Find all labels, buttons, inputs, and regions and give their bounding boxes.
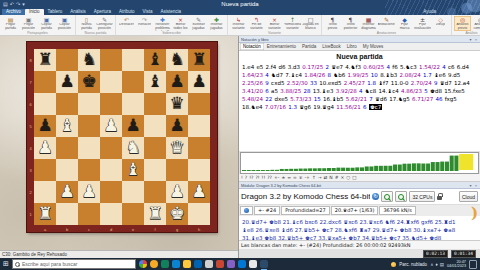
evaluation-graph[interactable]	[240, 152, 479, 174]
black-pawn[interactable]: ♟	[188, 71, 210, 92]
app-icon-red[interactable]	[216, 260, 224, 268]
white-pawn[interactable]: ♟	[100, 115, 122, 136]
notation-tab-libro[interactable]: Libro	[344, 43, 360, 50]
notation-token[interactable]: 13.♝e3	[313, 88, 336, 94]
notation-token[interactable]: ♛d7 12.a4	[440, 80, 470, 86]
weather-sun-icon[interactable]	[391, 262, 396, 267]
black-rook[interactable]: ♜	[188, 49, 210, 70]
black-knight[interactable]: ♞	[78, 49, 100, 70]
symbol-button-[interactable]: ↑	[312, 174, 316, 181]
ribbon-tab-inicio[interactable]: Inicio	[25, 9, 44, 15]
ribbon-button-promocionar-variante[interactable]: ↑Promocionar variante	[284, 16, 301, 31]
notation-token[interactable]: 7	[367, 96, 375, 102]
square-b5[interactable]: ♝	[56, 115, 78, 137]
notation-token[interactable]: 1.e4 e5 2.f4 d6 3.d3	[242, 64, 302, 70]
ribbon-button-label: Análisis completo	[472, 23, 480, 31]
weather-app-icon[interactable]	[150, 260, 158, 268]
borrar-todos-los-comentarios-icon: ×	[178, 16, 183, 23]
symbol-button-[interactable]: ∞	[293, 174, 297, 181]
square-h7[interactable]: ♟	[188, 71, 210, 93]
ribbon-button-label: Texto previo	[324, 23, 341, 31]
mail-icon[interactable]	[194, 260, 202, 268]
square-g4[interactable]: ♛	[166, 137, 188, 159]
ribbon-button-label: Análisis previo	[454, 23, 471, 31]
ribbon-button-an-lisis-completo[interactable]: ◎Análisis completo	[472, 16, 480, 31]
ribbon-button-insertar-jugadas[interactable]: ✚Insertar jugadas	[208, 16, 225, 31]
ribbon-button-copiar-posici-n[interactable]: ▣Copiar posición	[56, 16, 73, 31]
square-e3[interactable]: ♝	[122, 159, 144, 181]
engine-eval: +- #24	[254, 206, 280, 215]
notation-token[interactable]: 1.54/22	[419, 64, 440, 70]
square-f7[interactable]: ♝	[144, 71, 166, 93]
square-h5[interactable]	[188, 115, 210, 137]
engine-window-buttons[interactable]: ▾ ×	[470, 183, 478, 188]
square-b7[interactable]: ♟	[56, 71, 78, 93]
square-c2[interactable]: ♟	[78, 181, 100, 203]
ribbon-button-configurar-posici-n[interactable]: ✎Configurar posición	[96, 16, 113, 31]
square-b1[interactable]	[56, 203, 78, 225]
move-list: 1.e4 e5 2.f4 d6 3.d3 0.17/25 2 ♛e7 4.♞f3…	[239, 61, 480, 151]
square-f5[interactable]	[144, 115, 166, 137]
square-d1[interactable]	[100, 203, 122, 225]
ribbon-button-label: Pegar posición	[20, 23, 37, 31]
square-f3[interactable]	[144, 159, 166, 181]
symbol-button-[interactable]: #	[335, 174, 339, 181]
insertar-jugadas-icon: ✚	[214, 16, 219, 23]
pegar-partida-icon: ▤	[8, 16, 14, 23]
notation-tab-my-moves[interactable]: My Moves	[360, 43, 387, 50]
ribbon-button-deshacer[interactable]: ↶Deshacer	[118, 16, 135, 31]
symbol-button-[interactable]: ×	[340, 174, 344, 181]
square-g6[interactable]: ♛	[166, 93, 188, 115]
ribbon-tab-asistencia[interactable]: Asistencia	[157, 9, 186, 15]
square-d2[interactable]	[100, 181, 122, 203]
ribbon-button-label: Anotaciones	[378, 23, 395, 27]
black-pawn[interactable]: ♟	[34, 115, 56, 136]
square-e4[interactable]: ♞	[122, 137, 144, 159]
square-c6[interactable]	[78, 93, 100, 115]
notation-token[interactable]: 33	[308, 80, 320, 86]
ribbon-button-label: Pegar partida	[2, 23, 19, 31]
selected-move[interactable]: ♚c7	[369, 104, 382, 110]
ribbon-button-insertar-diagrama[interactable]: ▦Insertar diagrama	[360, 16, 377, 31]
notification-center-icon[interactable]	[469, 260, 477, 269]
notation-token[interactable]: 3.41/20	[242, 88, 263, 94]
black-pawn[interactable]: ♟	[122, 115, 144, 136]
square-f2[interactable]	[144, 181, 166, 203]
ribbon-button-fijar-evaluaci-n[interactable]: ±Fijar evaluación	[414, 16, 431, 31]
symbol-button-[interactable]: !	[241, 174, 243, 181]
fijar-marca-icon: ◆	[402, 16, 407, 23]
symbol-button-[interactable]: →	[318, 174, 322, 181]
notation-token[interactable]: 8.♝b3	[380, 72, 399, 78]
taskbar-search[interactable]: Escribe aquí para buscar	[12, 259, 136, 269]
notation-token[interactable]: 0.17/25	[302, 64, 323, 70]
ribbon-button-label: Promocionar variante	[284, 23, 301, 31]
ribbon-tab-tablero[interactable]: Tablero	[44, 9, 67, 15]
notation-token[interactable]: f6 5.♞c3	[392, 64, 419, 70]
cortana-icon[interactable]	[139, 260, 147, 268]
analysis-button-1[interactable]	[381, 191, 393, 202]
notation-token[interactable]: 5.48/24	[242, 96, 263, 102]
ribbon-group-label: Nueva partida	[78, 31, 113, 35]
notation-token[interactable]: ♞c8 14.♝c4	[365, 88, 401, 94]
notation-token[interactable]: 1.84/26	[304, 72, 325, 78]
notation-token[interactable]: 6	[361, 104, 369, 110]
white-knight[interactable]: ♞	[122, 137, 144, 158]
notation-tab-partida[interactable]: Partida	[299, 43, 319, 50]
ribbon-button-rehacer[interactable]: ↷Rehacer	[136, 16, 153, 31]
square-a3[interactable]	[34, 159, 56, 181]
square-c7[interactable]: ♚	[78, 71, 100, 93]
ribbon-button-texto-previo[interactable]: ¶Texto previo	[324, 16, 341, 31]
chess-board: 87654321 ♜♞♝♞♜♟♚♝♟♟♛♟♝♟♟♟♟♞♛♝♟♟♟♟♜♜♚ abc…	[27, 42, 217, 232]
square-f8[interactable]: ♝	[144, 49, 166, 71]
square-h2[interactable]: ♟	[188, 181, 210, 203]
white-rook[interactable]: ♜	[34, 203, 56, 224]
ribbon-button-label: Dibujo	[436, 23, 446, 27]
square-c5[interactable]	[78, 115, 100, 137]
white-pawn[interactable]: ♟	[78, 181, 100, 202]
square-e8[interactable]	[122, 49, 144, 71]
ribbon-button-jugada-en-blanco[interactable]: □Jugada en blanco	[302, 16, 319, 31]
explorer-icon[interactable]	[183, 260, 191, 268]
ribbon-tab-an-lisis[interactable]: Análisis	[66, 9, 90, 15]
notation-token[interactable]: 1.7	[421, 72, 434, 78]
black-queen[interactable]: ♛	[166, 93, 188, 114]
cpus-button[interactable]: 32 CPUs	[409, 191, 435, 202]
sustituir-jugadas-icon: ✎	[196, 16, 201, 23]
square-a1[interactable]: ♜	[34, 203, 56, 225]
square-e2[interactable]	[122, 181, 144, 203]
ribbon-button-borrar-todos-los-comentarios[interactable]: ×Borrar todos los comentarios	[172, 16, 189, 31]
notation-token[interactable]: 2.52/30	[287, 80, 308, 86]
symbol-button-[interactable]: ?!	[255, 174, 259, 181]
white-pawn[interactable]: ♟	[188, 181, 210, 202]
square-d3[interactable]	[100, 159, 122, 181]
ribbon-tab-vista[interactable]: Vista	[139, 9, 157, 15]
clock-date[interactable]: 20:47 04/01/2023	[447, 260, 466, 269]
notation-token[interactable]: 5.73/23	[290, 96, 311, 102]
ribbon-button-label: Insertar diagrama	[360, 23, 377, 31]
ribbon-tab-archivo[interactable]: Archivo	[2, 9, 25, 15]
switch-engine-icon[interactable]: ↻	[372, 193, 379, 200]
white-bishop[interactable]: ♝	[56, 115, 78, 136]
app-icon-gray[interactable]	[205, 260, 213, 268]
ribbon-button-sustituir-jugadas[interactable]: ✎Sustituir jugadas	[190, 16, 207, 31]
square-h1[interactable]	[188, 203, 210, 225]
quick-access-icon-3[interactable]: ▾	[22, 0, 25, 9]
ribbon-button-copiar-partida[interactable]: ▣Copiar partida	[38, 16, 55, 31]
ribbon-tab-atributo[interactable]: Atributo	[115, 9, 139, 15]
ribbon-button-anotaciones[interactable]: ✎Anotaciones	[378, 16, 395, 31]
notation-token[interactable]: 22	[263, 96, 275, 102]
square-g3[interactable]	[166, 159, 188, 181]
file-label-b: b	[56, 227, 78, 232]
square-b3[interactable]	[56, 159, 78, 181]
ribbon-button-label: Resolver problema de plantilla	[154, 23, 171, 31]
notation-token[interactable]: 4	[357, 88, 365, 94]
square-b2[interactable]: ♟	[56, 181, 78, 203]
square-c8[interactable]: ♞	[78, 49, 100, 71]
square-d7[interactable]	[100, 71, 122, 93]
notation-token[interactable]: 11.56/21	[336, 104, 361, 110]
notation-token[interactable]: 2.08/24	[400, 72, 421, 78]
square-h4[interactable]	[188, 137, 210, 159]
ribbon-group-sobrescribir: ↶Deshacer↷Rehacer✚Resolver problema de p…	[116, 15, 228, 35]
app-icon-teal[interactable]	[161, 260, 169, 268]
notation-token[interactable]: 3.92/28	[336, 88, 357, 94]
square-h8[interactable]: ♜	[188, 49, 210, 71]
ribbon-tab-ayuda[interactable]: Ayuda	[419, 9, 440, 15]
black-bishop[interactable]: ♝	[144, 49, 166, 70]
black-pawn[interactable]: ♟	[56, 71, 78, 92]
white-clock: 0:02:13	[423, 250, 448, 258]
square-d4[interactable]	[100, 137, 122, 159]
symbol-button-[interactable]: ?	[245, 174, 247, 181]
square-g1[interactable]: ♚	[166, 203, 188, 225]
notation-token[interactable]: 6.71/27	[412, 96, 433, 102]
ribbon-button-label: Texto posterior	[342, 23, 359, 31]
chessbase-icon[interactable]	[260, 260, 268, 268]
notation-window-buttons[interactable]: ▾ ×	[470, 37, 478, 42]
promocionar-variante-icon: ↑	[290, 16, 295, 23]
tray-icon-2[interactable]: ▤	[440, 262, 444, 267]
square-g2[interactable]: ♟	[166, 181, 188, 203]
notation-token[interactable]: 10	[369, 72, 381, 78]
notation-token[interactable]: ♛d6 17.♞g5	[375, 96, 412, 102]
symbol-button-[interactable]: ○	[346, 174, 350, 181]
square-e6[interactable]	[122, 93, 144, 115]
quick-access-icon-0[interactable]: ▤	[3, 0, 8, 9]
principal-variation[interactable]: 20.♛d7+ ♚b8 21.♝c6 bxc6 22.dxc6 ♛xc6 23.…	[239, 216, 480, 240]
tray-icon-1[interactable]: ♦	[435, 262, 437, 267]
pv-expand-button[interactable]: )	[471, 204, 478, 222]
ribbon-button-an-lisis-previo[interactable]: ◎Análisis previo	[454, 16, 471, 31]
notation-token[interactable]: ♚d8 15.fxe5	[430, 88, 465, 94]
square-f6[interactable]	[144, 93, 166, 115]
ribbon-button-texto-posterior[interactable]: ¶Texto posterior	[342, 16, 359, 31]
notation-tab-livebook[interactable]: LiveBook	[319, 43, 344, 50]
notation-token[interactable]: c6 6.d4	[448, 64, 469, 70]
notation-token[interactable]: 28	[301, 88, 313, 94]
white-pawn[interactable]: ♟	[166, 181, 188, 202]
notation-token[interactable]: ♝e6 9.d5	[434, 72, 460, 78]
file-labels: abcdefgh	[34, 227, 210, 232]
file-label-e: e	[122, 227, 144, 232]
square-e7[interactable]	[122, 71, 144, 93]
edge-icon[interactable]	[172, 260, 180, 268]
analysis-button-2[interactable]	[395, 191, 407, 202]
black-rook[interactable]: ♜	[34, 49, 56, 70]
fin-de-variante-icon: ↰	[254, 16, 259, 23]
ribbon-button-insertar-variante[interactable]: ↳Insertar variante	[230, 16, 247, 31]
resolver-problema-de-plantilla-icon: ✚	[160, 16, 165, 23]
white-pawn[interactable]: ♟	[34, 137, 56, 158]
engine-name: Dragon 3.2 by Komodo Chess 64-bit	[241, 192, 370, 201]
copiar-posici-n-icon: ▣	[62, 16, 68, 23]
ribbon-group-label: Portapapeles	[2, 31, 73, 35]
square-e1[interactable]	[122, 203, 144, 225]
square-a5[interactable]: ♟	[34, 115, 56, 137]
jugada-en-blanco-icon: □	[308, 16, 314, 23]
square-a7[interactable]	[34, 71, 56, 93]
engine-header: Dragon 3.2 by Komodo Chess 64-bit ↻ 32 C…	[239, 189, 480, 205]
notation-token[interactable]: ♞d7 7.♝c4	[271, 72, 304, 78]
ribbon-button-pegar-posici-n[interactable]: ▣Pegar posición	[20, 16, 37, 31]
notation-token[interactable]: 5.62/21	[346, 96, 367, 102]
ribbon-button-label: Jugada en blanco	[302, 23, 319, 31]
rank-label-5: 5	[28, 115, 33, 137]
ribbon-button-borrar-variante[interactable]: ×Borrar variante	[266, 16, 283, 31]
square-a8[interactable]: ♜	[34, 49, 56, 71]
notation-token[interactable]: 1.8	[365, 80, 378, 86]
square-g5[interactable]: ♟	[166, 115, 188, 137]
notation-token[interactable]: ♛g6 19.♛g4	[299, 104, 336, 110]
notation-token[interactable]: 5	[422, 88, 430, 94]
square-d5[interactable]: ♟	[100, 115, 122, 137]
square-d8[interactable]	[100, 49, 122, 71]
ribbon-button-fijar-marca[interactable]: ◆Fijar marca	[396, 16, 413, 31]
notation-token[interactable]: 1.3	[286, 104, 299, 110]
symbol-button-[interactable]: +-	[274, 174, 279, 181]
square-h6[interactable]	[188, 93, 210, 115]
notation-token[interactable]: 15	[311, 96, 323, 102]
anotaciones-icon: ✎	[384, 16, 389, 23]
square-f1[interactable]: ♜	[144, 203, 166, 225]
ribbon-button-nueva-partida[interactable]: ▯Nueva partida	[78, 16, 95, 31]
white-rook[interactable]: ♜	[144, 203, 166, 224]
symbol-button-[interactable]: ∓	[299, 174, 303, 181]
square-h3[interactable]	[188, 159, 210, 181]
app-icon-blue[interactable]	[238, 260, 246, 268]
file-label-f: f	[144, 227, 166, 232]
notation-token[interactable]: 10.exd5	[319, 80, 344, 86]
square-a2[interactable]	[34, 181, 56, 203]
ribbon-button-dibujo[interactable]: ◇Dibujo	[432, 16, 449, 31]
notation-token[interactable]: 3.88/25	[280, 88, 301, 94]
white-king[interactable]: ♚	[166, 203, 188, 224]
square-d6[interactable]	[100, 93, 122, 115]
notation-token[interactable]: 9	[263, 80, 271, 86]
file-label-d: d	[100, 227, 122, 232]
notation-token[interactable]: 16.♝b5	[323, 96, 346, 102]
ribbon-group-label: Sobrescribir	[118, 31, 225, 35]
square-g8[interactable]: ♞	[166, 49, 188, 71]
tray-icon-0[interactable]: ∧	[430, 262, 433, 267]
notation-token[interactable]: 2.45/27	[344, 80, 365, 86]
cloud-button[interactable]: Cloud	[459, 191, 478, 202]
notation-tab-entrenamiento[interactable]: Entrenamiento	[264, 43, 299, 50]
square-a6[interactable]	[34, 93, 56, 115]
black-knight[interactable]: ♞	[166, 49, 188, 70]
white-queen[interactable]: ♛	[166, 137, 188, 158]
notation-token[interactable]: ♞b6	[333, 72, 347, 78]
square-e5[interactable]: ♟	[122, 115, 144, 137]
app-icon-light[interactable]	[249, 260, 257, 268]
notation-token[interactable]: 2.25/26	[242, 80, 263, 86]
notation-token[interactable]: ♝f7 11.0-0	[378, 80, 411, 86]
notation-token[interactable]: dxe5	[275, 96, 291, 102]
ribbon-button-fin-de-variante[interactable]: ↰Fin de variante	[248, 16, 265, 31]
notation-token[interactable]: 1.99/25	[348, 72, 369, 78]
square-c1[interactable]	[78, 203, 100, 225]
symbol-button-n[interactable]: N	[329, 174, 332, 181]
weather-text[interactable]: Parc. nublado	[399, 262, 427, 267]
right-pane: Notación y libro ▾ × NotaciónEntrenamien…	[238, 36, 480, 258]
square-f4[interactable]	[144, 137, 166, 159]
symbol-button-[interactable]: ??	[267, 174, 272, 181]
notation-token[interactable]: 7.07/16	[265, 104, 286, 110]
rank-label-2: 2	[28, 181, 33, 203]
notation-token[interactable]: 1.64/23	[242, 72, 263, 78]
notation-token[interactable]: a5	[271, 88, 280, 94]
file-label-h: h	[188, 227, 210, 232]
app-icon-purple[interactable]	[227, 260, 235, 268]
quick-access-icon-1[interactable]: ↶	[10, 0, 14, 9]
start-button[interactable]: ⊞	[3, 258, 9, 270]
rehacer-icon: ↷	[142, 16, 147, 23]
rank-label-8: 8	[28, 49, 33, 71]
symbol-button-[interactable]: ±	[281, 174, 285, 181]
symbol-button-[interactable]: !?	[249, 174, 253, 181]
notation-tab-notaci-n[interactable]: Notación	[240, 43, 264, 50]
black-pawn[interactable]: ♟	[166, 115, 188, 136]
white-pawn[interactable]: ♟	[56, 181, 78, 202]
notation-token[interactable]: 4.86/23	[401, 88, 422, 94]
engine-speed: 36796 kN/s	[379, 206, 415, 215]
notation-token[interactable]: cxd5	[271, 80, 287, 86]
square-b4[interactable]	[56, 137, 78, 159]
black-bishop[interactable]: ♝	[144, 71, 166, 92]
notation-window-titlebar: Notación y libro ▾ ×	[239, 36, 480, 43]
notation-token[interactable]: 46	[433, 96, 445, 102]
square-c4[interactable]	[78, 137, 100, 159]
square-c3[interactable]	[78, 159, 100, 181]
file-label-c: c	[78, 227, 100, 232]
square-g7[interactable]: ♟	[166, 71, 188, 93]
magnifier-icon	[384, 194, 390, 200]
black-pawn[interactable]: ♟	[166, 71, 188, 92]
ribbon-button-pegar-partida[interactable]: ▤Pegar partida	[2, 16, 19, 31]
quick-access-icon-2[interactable]: ↷	[16, 0, 20, 9]
ribbon-button-resolver-problema-de-plantilla[interactable]: ✚Resolver problema de plantilla	[154, 16, 171, 31]
notation-token[interactable]: 6	[263, 88, 271, 94]
notation-token[interactable]: 0.60/25	[363, 64, 384, 70]
notation-token[interactable]: ♛e7 4.♞f3	[331, 64, 363, 70]
symbol-button-[interactable]: ⇄	[323, 174, 327, 181]
symbol-button-[interactable]: !!	[262, 174, 266, 181]
notation-token[interactable]: 9	[432, 80, 440, 86]
notation-token[interactable]: 4	[263, 72, 271, 78]
square-b8[interactable]	[56, 49, 78, 71]
engine-eval-icon[interactable]	[240, 206, 253, 215]
square-a4[interactable]: ♟	[34, 137, 56, 159]
evaluation-graph-svg	[241, 153, 477, 171]
tray-date: 04/01/2023	[447, 264, 466, 268]
square-b6[interactable]	[56, 93, 78, 115]
black-king[interactable]: ♚	[78, 71, 100, 92]
symbol-button-[interactable]: -+	[305, 174, 310, 181]
ribbon-tab-apertura[interactable]: Apertura	[90, 9, 115, 15]
white-bishop[interactable]: ♝	[122, 159, 144, 180]
symbol-button-[interactable]: □	[352, 174, 356, 181]
symbol-button-[interactable]: =	[287, 174, 291, 181]
ribbon-button-label: Borrar todos los comentarios	[172, 23, 189, 31]
notation-token[interactable]: 2.70/24	[411, 80, 432, 86]
notation-token[interactable]: 4	[440, 64, 448, 70]
ribbon-button-label: Nueva partida	[78, 23, 95, 31]
